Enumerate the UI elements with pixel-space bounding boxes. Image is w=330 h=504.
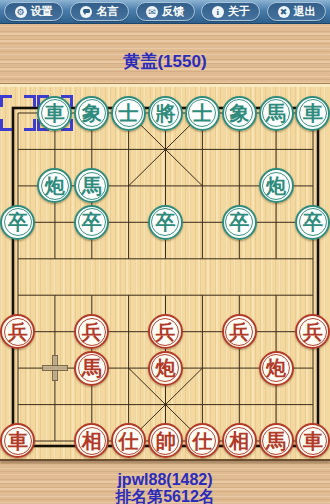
piece-帥-red[interactable]: 帥: [148, 423, 183, 458]
piece-車-black[interactable]: 車: [37, 96, 72, 131]
piece-glyph: 馬: [266, 103, 286, 123]
settings-button[interactable]: ⚙ 设置: [4, 2, 63, 21]
piece-車-black[interactable]: 車: [295, 96, 330, 131]
piece-象-black[interactable]: 象: [222, 96, 257, 131]
piece-glyph: 炮: [266, 358, 286, 378]
piece-馬-black[interactable]: 馬: [259, 96, 294, 131]
settings-button-label: 设置: [31, 4, 53, 19]
piece-車-red[interactable]: 車: [295, 423, 330, 458]
exit-button-label: 退出: [294, 4, 316, 19]
piece-glyph: 士: [192, 103, 212, 123]
piece-兵-red[interactable]: 兵: [74, 314, 109, 349]
piece-兵-red[interactable]: 兵: [222, 314, 257, 349]
crosshair-cursor: [40, 353, 70, 383]
piece-炮-red[interactable]: 炮: [259, 351, 294, 386]
piece-glyph: 兵: [303, 322, 323, 342]
piece-仕-red[interactable]: 仕: [111, 423, 146, 458]
player-name: jpwl88(1482): [0, 472, 330, 488]
piece-兵-red[interactable]: 兵: [295, 314, 330, 349]
piece-glyph: 兵: [229, 322, 249, 342]
piece-炮-black[interactable]: 炮: [259, 168, 294, 203]
piece-炮-black[interactable]: 炮: [37, 168, 72, 203]
xiangqi-app: { "toolbar": { "buttons": [ {"label": "设…: [0, 0, 330, 504]
piece-車-red[interactable]: 車: [0, 423, 35, 458]
feedback-button-label: 反馈: [162, 4, 184, 19]
quotes-button-label: 名言: [96, 4, 118, 19]
info-icon: [212, 6, 224, 18]
piece-馬-red[interactable]: 馬: [259, 423, 294, 458]
about-button[interactable]: 关于: [201, 2, 260, 21]
gear-icon: ⚙: [15, 6, 27, 18]
piece-glyph: 卒: [82, 212, 102, 232]
quotes-button[interactable]: 名言: [70, 2, 129, 21]
about-button-label: 关于: [228, 4, 250, 19]
piece-兵-red[interactable]: 兵: [0, 314, 35, 349]
piece-glyph: 車: [303, 431, 323, 451]
close-icon: ✖: [278, 6, 290, 18]
piece-glyph: 炮: [45, 176, 65, 196]
piece-將-black[interactable]: 將: [148, 96, 183, 131]
feedback-button[interactable]: ✉ 反馈: [136, 2, 195, 21]
piece-glyph: 車: [45, 103, 65, 123]
piece-glyph: 車: [8, 431, 28, 451]
piece-炮-red[interactable]: 炮: [148, 351, 183, 386]
opponent-name: 黄盖(1550): [0, 50, 330, 73]
piece-glyph: 士: [119, 103, 139, 123]
piece-士-black[interactable]: 士: [185, 96, 220, 131]
piece-卒-black[interactable]: 卒: [0, 205, 35, 240]
piece-glyph: 馬: [82, 176, 102, 196]
piece-glyph: 卒: [303, 212, 323, 232]
last-move-from-marker: [0, 95, 36, 131]
exit-button[interactable]: ✖ 退出: [267, 2, 326, 21]
piece-卒-black[interactable]: 卒: [148, 205, 183, 240]
piece-卒-black[interactable]: 卒: [222, 205, 257, 240]
piece-glyph: 卒: [229, 212, 249, 232]
board-grid: 車象士將士象馬車炮馬炮卒卒卒卒卒兵兵兵兵兵馬炮炮車相仕帥仕相馬車: [0, 95, 330, 459]
piece-glyph: 兵: [8, 322, 28, 342]
piece-glyph: 相: [82, 431, 102, 451]
piece-glyph: 仕: [192, 431, 212, 451]
toolbar: ⚙ 设置 名言 ✉ 反馈 关于 ✖ 退出: [0, 0, 330, 24]
piece-glyph: 將: [155, 103, 175, 123]
piece-glyph: 車: [303, 103, 323, 123]
xiangqi-board[interactable]: 車象士將士象馬車炮馬炮卒卒卒卒卒兵兵兵兵兵馬炮炮車相仕帥仕相馬車: [0, 84, 330, 461]
piece-glyph: 炮: [266, 176, 286, 196]
piece-馬-black[interactable]: 馬: [74, 168, 109, 203]
piece-glyph: 帥: [155, 431, 175, 451]
piece-glyph: 相: [229, 431, 249, 451]
player-rank: 排名第5612名: [0, 488, 330, 504]
piece-glyph: 馬: [82, 358, 102, 378]
piece-glyph: 兵: [155, 322, 175, 342]
speech-bubble-icon: [80, 6, 92, 18]
piece-glyph: 象: [82, 103, 102, 123]
piece-相-red[interactable]: 相: [222, 423, 257, 458]
piece-仕-red[interactable]: 仕: [185, 423, 220, 458]
piece-glyph: 仕: [119, 431, 139, 451]
piece-glyph: 馬: [266, 431, 286, 451]
piece-glyph: 兵: [82, 322, 102, 342]
piece-兵-red[interactable]: 兵: [148, 314, 183, 349]
piece-馬-red[interactable]: 馬: [74, 351, 109, 386]
piece-卒-black[interactable]: 卒: [74, 205, 109, 240]
piece-卒-black[interactable]: 卒: [295, 205, 330, 240]
piece-glyph: 卒: [8, 212, 28, 232]
piece-相-red[interactable]: 相: [74, 423, 109, 458]
piece-glyph: 卒: [155, 212, 175, 232]
piece-glyph: 象: [229, 103, 249, 123]
piece-士-black[interactable]: 士: [111, 96, 146, 131]
envelope-icon: ✉: [146, 6, 158, 18]
piece-象-black[interactable]: 象: [74, 96, 109, 131]
piece-glyph: 炮: [155, 358, 175, 378]
